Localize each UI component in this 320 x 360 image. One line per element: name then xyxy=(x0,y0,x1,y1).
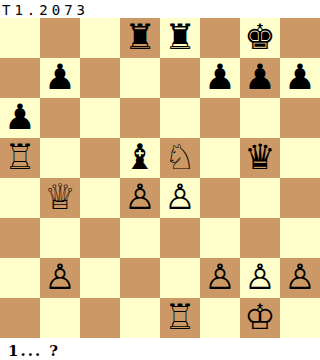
square-f6[interactable] xyxy=(200,98,240,138)
black-bishop-piece[interactable]: ♝ xyxy=(124,140,155,175)
square-h1[interactable] xyxy=(280,298,320,338)
square-h7[interactable]: ♟ xyxy=(280,58,320,98)
square-b7[interactable]: ♟ xyxy=(40,58,80,98)
square-f2[interactable]: ♙ xyxy=(200,258,240,298)
square-b4[interactable]: ♕ xyxy=(40,178,80,218)
square-b8[interactable] xyxy=(40,18,80,58)
white-pawn-piece[interactable]: ♙ xyxy=(284,260,315,295)
move-prompt: 1... ? xyxy=(0,338,320,360)
square-h3[interactable] xyxy=(280,218,320,258)
white-queen-piece[interactable]: ♕ xyxy=(44,180,75,215)
square-d1[interactable] xyxy=(120,298,160,338)
chess-board: ♜♜♚♟♟♟♟♟♖♝♘♛♕♙♙♙♙♙♙♖♔ xyxy=(0,18,320,338)
black-pawn-piece[interactable]: ♟ xyxy=(44,60,75,95)
black-rook-piece[interactable]: ♜ xyxy=(164,20,195,55)
square-a7[interactable] xyxy=(0,58,40,98)
square-c7[interactable] xyxy=(80,58,120,98)
square-d3[interactable] xyxy=(120,218,160,258)
square-h6[interactable] xyxy=(280,98,320,138)
white-pawn-piece[interactable]: ♙ xyxy=(244,260,275,295)
square-d8[interactable]: ♜ xyxy=(120,18,160,58)
square-b3[interactable] xyxy=(40,218,80,258)
white-pawn-piece[interactable]: ♙ xyxy=(44,260,75,295)
white-king-piece[interactable]: ♔ xyxy=(244,300,275,335)
black-pawn-piece[interactable]: ♟ xyxy=(244,60,275,95)
square-d6[interactable] xyxy=(120,98,160,138)
black-pawn-piece[interactable]: ♟ xyxy=(204,60,235,95)
square-d5[interactable]: ♝ xyxy=(120,138,160,178)
black-pawn-piece[interactable]: ♟ xyxy=(4,100,35,135)
square-c2[interactable] xyxy=(80,258,120,298)
square-h8[interactable] xyxy=(280,18,320,58)
square-g3[interactable] xyxy=(240,218,280,258)
square-c4[interactable] xyxy=(80,178,120,218)
square-b5[interactable] xyxy=(40,138,80,178)
square-b2[interactable]: ♙ xyxy=(40,258,80,298)
square-f8[interactable] xyxy=(200,18,240,58)
square-h5[interactable] xyxy=(280,138,320,178)
square-a6[interactable]: ♟ xyxy=(0,98,40,138)
square-h2[interactable]: ♙ xyxy=(280,258,320,298)
square-d2[interactable] xyxy=(120,258,160,298)
white-knight-piece[interactable]: ♘ xyxy=(164,140,195,175)
square-c1[interactable] xyxy=(80,298,120,338)
square-c5[interactable] xyxy=(80,138,120,178)
black-king-piece[interactable]: ♚ xyxy=(244,20,275,55)
white-pawn-piece[interactable]: ♙ xyxy=(164,180,195,215)
square-e5[interactable]: ♘ xyxy=(160,138,200,178)
square-c8[interactable] xyxy=(80,18,120,58)
square-f1[interactable] xyxy=(200,298,240,338)
square-f7[interactable]: ♟ xyxy=(200,58,240,98)
black-rook-piece[interactable]: ♜ xyxy=(124,20,155,55)
white-pawn-piece[interactable]: ♙ xyxy=(124,180,155,215)
square-g6[interactable] xyxy=(240,98,280,138)
square-e7[interactable] xyxy=(160,58,200,98)
square-d7[interactable] xyxy=(120,58,160,98)
square-h4[interactable] xyxy=(280,178,320,218)
square-c3[interactable] xyxy=(80,218,120,258)
square-e3[interactable] xyxy=(160,218,200,258)
black-queen-piece[interactable]: ♛ xyxy=(244,140,275,175)
square-f4[interactable] xyxy=(200,178,240,218)
square-f5[interactable] xyxy=(200,138,240,178)
white-rook-piece[interactable]: ♖ xyxy=(4,140,35,175)
square-e8[interactable]: ♜ xyxy=(160,18,200,58)
square-e6[interactable] xyxy=(160,98,200,138)
square-g7[interactable]: ♟ xyxy=(240,58,280,98)
white-pawn-piece[interactable]: ♙ xyxy=(204,260,235,295)
square-e1[interactable]: ♖ xyxy=(160,298,200,338)
square-b6[interactable] xyxy=(40,98,80,138)
square-a5[interactable]: ♖ xyxy=(0,138,40,178)
black-pawn-piece[interactable]: ♟ xyxy=(284,60,315,95)
square-a4[interactable] xyxy=(0,178,40,218)
square-a8[interactable] xyxy=(0,18,40,58)
square-g4[interactable] xyxy=(240,178,280,218)
chess-puzzle-page: T1.2073 ♜♜♚♟♟♟♟♟♖♝♘♛♕♙♙♙♙♙♙♖♔ 1... ? xyxy=(0,0,320,360)
square-a2[interactable] xyxy=(0,258,40,298)
square-a3[interactable] xyxy=(0,218,40,258)
square-f3[interactable] xyxy=(200,218,240,258)
square-c6[interactable] xyxy=(80,98,120,138)
square-g2[interactable]: ♙ xyxy=(240,258,280,298)
square-a1[interactable] xyxy=(0,298,40,338)
square-e2[interactable] xyxy=(160,258,200,298)
white-rook-piece[interactable]: ♖ xyxy=(164,300,195,335)
puzzle-title: T1.2073 xyxy=(0,0,320,18)
square-b1[interactable] xyxy=(40,298,80,338)
square-g1[interactable]: ♔ xyxy=(240,298,280,338)
square-g8[interactable]: ♚ xyxy=(240,18,280,58)
square-d4[interactable]: ♙ xyxy=(120,178,160,218)
square-e4[interactable]: ♙ xyxy=(160,178,200,218)
square-g5[interactable]: ♛ xyxy=(240,138,280,178)
